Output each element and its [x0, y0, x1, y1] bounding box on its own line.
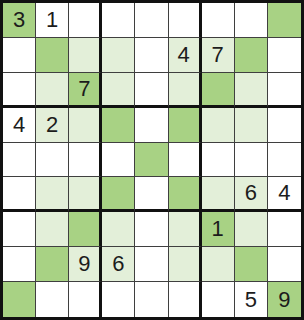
cell-r8c3[interactable]: 9	[69, 247, 102, 282]
cell-r9c1[interactable]	[3, 282, 36, 317]
cell-r3c7[interactable]	[202, 73, 235, 108]
cell-r7c2[interactable]	[36, 212, 69, 247]
cell-r4c9[interactable]	[268, 108, 301, 143]
cell-r5c5[interactable]	[135, 143, 168, 178]
cell-r8c5[interactable]	[135, 247, 168, 282]
cell-r6c2[interactable]	[36, 177, 69, 212]
cell-r3c2[interactable]	[36, 73, 69, 108]
cell-r4c3[interactable]	[69, 108, 102, 143]
cell-r3c4[interactable]	[102, 73, 135, 108]
cell-r7c9[interactable]	[268, 212, 301, 247]
cell-r2c5[interactable]	[135, 38, 168, 73]
cell-r2c9[interactable]	[268, 38, 301, 73]
cell-r1c9[interactable]	[268, 3, 301, 38]
cell-r6c4[interactable]	[102, 177, 135, 212]
cell-r9c4[interactable]	[102, 282, 135, 317]
cell-r5c4[interactable]	[102, 143, 135, 178]
cell-r1c7[interactable]	[202, 3, 235, 38]
cell-r1c2[interactable]: 1	[36, 3, 69, 38]
cell-r3c5[interactable]	[135, 73, 168, 108]
cell-r3c1[interactable]	[3, 73, 36, 108]
cell-r3c3[interactable]: 7	[69, 73, 102, 108]
sudoku-board: 31477426419659	[0, 0, 304, 320]
cell-r4c4[interactable]	[102, 108, 135, 143]
cell-r1c3[interactable]	[69, 3, 102, 38]
cell-r2c1[interactable]	[3, 38, 36, 73]
cell-r7c1[interactable]	[3, 212, 36, 247]
cell-r6c3[interactable]	[69, 177, 102, 212]
cell-r4c5[interactable]	[135, 108, 168, 143]
cell-r5c9[interactable]	[268, 143, 301, 178]
cell-r8c2[interactable]	[36, 247, 69, 282]
cell-r9c6[interactable]	[169, 282, 202, 317]
cell-r5c3[interactable]	[69, 143, 102, 178]
cell-r6c7[interactable]	[202, 177, 235, 212]
cell-r8c8[interactable]	[235, 247, 268, 282]
cell-r9c5[interactable]	[135, 282, 168, 317]
cell-r2c8[interactable]	[235, 38, 268, 73]
cell-r5c8[interactable]	[235, 143, 268, 178]
cell-r4c6[interactable]	[169, 108, 202, 143]
cell-r8c9[interactable]	[268, 247, 301, 282]
cell-r9c8[interactable]: 5	[235, 282, 268, 317]
cell-r8c1[interactable]	[3, 247, 36, 282]
cell-r3c6[interactable]	[169, 73, 202, 108]
cell-r8c4[interactable]: 6	[102, 247, 135, 282]
cell-r1c4[interactable]	[102, 3, 135, 38]
cell-r5c6[interactable]	[169, 143, 202, 178]
cell-r2c7[interactable]: 7	[202, 38, 235, 73]
cell-r9c2[interactable]	[36, 282, 69, 317]
sudoku-puzzle: 31477426419659	[0, 0, 304, 320]
cell-r8c6[interactable]	[169, 247, 202, 282]
cell-r1c1[interactable]: 3	[3, 3, 36, 38]
cell-r3c8[interactable]	[235, 73, 268, 108]
cell-r8c7[interactable]	[202, 247, 235, 282]
cell-r1c5[interactable]	[135, 3, 168, 38]
cell-r4c7[interactable]	[202, 108, 235, 143]
cell-r7c5[interactable]	[135, 212, 168, 247]
cell-r6c5[interactable]	[135, 177, 168, 212]
cell-r2c4[interactable]	[102, 38, 135, 73]
cell-r2c6[interactable]: 4	[169, 38, 202, 73]
cell-r5c2[interactable]	[36, 143, 69, 178]
cell-r7c8[interactable]	[235, 212, 268, 247]
cell-r6c6[interactable]	[169, 177, 202, 212]
cell-r6c1[interactable]	[3, 177, 36, 212]
cell-r9c9[interactable]: 9	[268, 282, 301, 317]
cell-r5c7[interactable]	[202, 143, 235, 178]
cell-r4c1[interactable]: 4	[3, 108, 36, 143]
cell-r9c3[interactable]	[69, 282, 102, 317]
cell-r7c3[interactable]	[69, 212, 102, 247]
cell-r6c8[interactable]: 6	[235, 177, 268, 212]
cell-r4c2[interactable]: 2	[36, 108, 69, 143]
cell-r4c8[interactable]	[235, 108, 268, 143]
cell-r3c9[interactable]	[268, 73, 301, 108]
cell-r7c7[interactable]: 1	[202, 212, 235, 247]
cell-r2c2[interactable]	[36, 38, 69, 73]
cell-r1c8[interactable]	[235, 3, 268, 38]
cell-r7c4[interactable]	[102, 212, 135, 247]
cell-r9c7[interactable]	[202, 282, 235, 317]
cell-r5c1[interactable]	[3, 143, 36, 178]
cell-r6c9[interactable]: 4	[268, 177, 301, 212]
cell-r2c3[interactable]	[69, 38, 102, 73]
cell-r7c6[interactable]	[169, 212, 202, 247]
cell-r1c6[interactable]	[169, 3, 202, 38]
